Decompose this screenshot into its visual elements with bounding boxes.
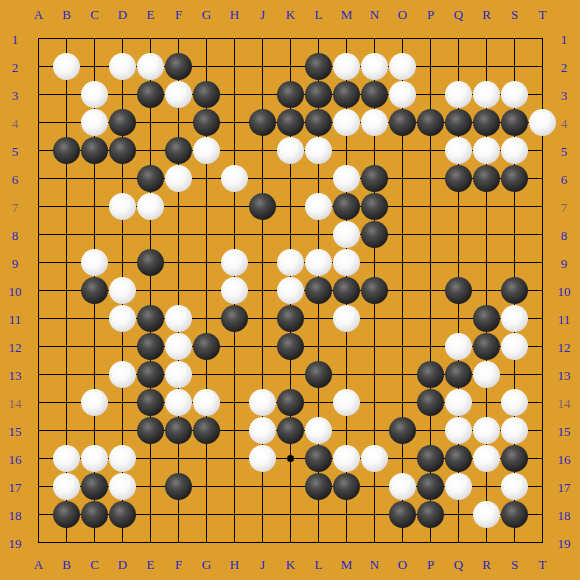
stone-white xyxy=(305,417,332,444)
stone-black xyxy=(193,81,220,108)
stone-white xyxy=(165,305,192,332)
coord-label-left-1[interactable]: 1 xyxy=(12,32,19,45)
coord-label-left-8[interactable]: 8 xyxy=(12,228,19,241)
coord-label-left-15[interactable]: 15 xyxy=(9,424,22,437)
coord-label-bottom-N[interactable]: N xyxy=(370,558,379,571)
stone-white xyxy=(165,81,192,108)
stone-white xyxy=(81,389,108,416)
stone-white xyxy=(361,53,388,80)
coord-label-right-12[interactable]: 12 xyxy=(558,340,571,353)
stone-black xyxy=(81,473,108,500)
stone-white xyxy=(277,249,304,276)
stone-white xyxy=(165,165,192,192)
coord-label-bottom-F[interactable]: F xyxy=(175,558,182,571)
stone-black xyxy=(417,389,444,416)
coord-label-bottom-T[interactable]: T xyxy=(539,558,547,571)
stone-white xyxy=(473,81,500,108)
stone-white xyxy=(333,249,360,276)
stone-white xyxy=(109,53,136,80)
stone-white xyxy=(529,109,556,136)
stone-white xyxy=(501,81,528,108)
coord-label-right-1[interactable]: 1 xyxy=(561,32,568,45)
coord-label-top-A[interactable]: A xyxy=(34,8,43,21)
stone-black xyxy=(473,305,500,332)
stone-black xyxy=(501,165,528,192)
coord-label-right-10[interactable]: 10 xyxy=(558,284,571,297)
stone-white xyxy=(389,473,416,500)
stone-black xyxy=(445,361,472,388)
stone-white xyxy=(501,417,528,444)
coord-label-left-19[interactable]: 19 xyxy=(9,536,22,549)
stone-black xyxy=(501,445,528,472)
stone-white xyxy=(137,53,164,80)
coord-label-bottom-S[interactable]: S xyxy=(511,558,518,571)
stone-white xyxy=(333,165,360,192)
stone-white xyxy=(473,137,500,164)
coord-label-right-18[interactable]: 18 xyxy=(558,508,571,521)
stone-white xyxy=(445,473,472,500)
stone-black xyxy=(389,417,416,444)
coord-label-top-P[interactable]: P xyxy=(427,8,434,21)
stone-black xyxy=(81,277,108,304)
stone-black xyxy=(277,389,304,416)
coord-label-bottom-K[interactable]: K xyxy=(286,558,295,571)
coord-label-top-L[interactable]: L xyxy=(315,8,323,21)
stone-white xyxy=(473,417,500,444)
coord-label-left-16[interactable]: 16 xyxy=(9,452,22,465)
coord-label-top-R[interactable]: R xyxy=(482,8,491,21)
coord-label-right-3[interactable]: 3 xyxy=(561,88,568,101)
stone-black xyxy=(305,473,332,500)
coord-label-top-O[interactable]: O xyxy=(398,8,407,21)
stone-black xyxy=(53,137,80,164)
stone-black xyxy=(389,501,416,528)
stone-black xyxy=(473,165,500,192)
stone-white xyxy=(249,417,276,444)
stone-black xyxy=(305,277,332,304)
coord-label-right-14[interactable]: 14 xyxy=(558,396,571,409)
stone-black xyxy=(277,305,304,332)
stone-black xyxy=(501,277,528,304)
coord-label-right-2[interactable]: 2 xyxy=(561,60,568,73)
stone-white xyxy=(445,81,472,108)
stone-black xyxy=(445,445,472,472)
coord-label-left-11[interactable]: 11 xyxy=(9,312,22,325)
stone-black xyxy=(277,417,304,444)
stone-black xyxy=(193,109,220,136)
coord-label-left-10[interactable]: 10 xyxy=(9,284,22,297)
stone-black xyxy=(137,305,164,332)
stone-white xyxy=(53,473,80,500)
stone-black xyxy=(417,361,444,388)
stone-black xyxy=(501,109,528,136)
coord-label-top-H[interactable]: H xyxy=(230,8,239,21)
stone-white xyxy=(53,445,80,472)
coord-label-right-9[interactable]: 9 xyxy=(561,256,568,269)
stone-black xyxy=(305,361,332,388)
coord-label-left-18[interactable]: 18 xyxy=(9,508,22,521)
coord-label-bottom-A[interactable]: A xyxy=(34,558,43,571)
stone-white xyxy=(221,165,248,192)
stone-white xyxy=(445,333,472,360)
coord-label-right-4[interactable]: 4 xyxy=(561,116,568,129)
stone-black xyxy=(137,417,164,444)
stone-white xyxy=(165,361,192,388)
coord-label-right-5[interactable]: 5 xyxy=(561,144,568,157)
stone-black xyxy=(137,361,164,388)
coord-label-right-13[interactable]: 13 xyxy=(558,368,571,381)
coord-label-left-4[interactable]: 4 xyxy=(12,116,19,129)
stone-black xyxy=(193,333,220,360)
stone-white xyxy=(501,389,528,416)
stone-white xyxy=(109,277,136,304)
stone-black xyxy=(277,81,304,108)
coord-label-left-17[interactable]: 17 xyxy=(9,480,22,493)
stone-white xyxy=(361,109,388,136)
stone-black xyxy=(473,109,500,136)
coord-label-top-D[interactable]: D xyxy=(118,8,127,21)
coord-label-top-B[interactable]: B xyxy=(62,8,71,21)
coord-label-right-11[interactable]: 11 xyxy=(558,312,571,325)
coord-label-top-S[interactable]: S xyxy=(511,8,518,21)
stone-black xyxy=(361,221,388,248)
stone-black xyxy=(165,137,192,164)
coord-label-bottom-G[interactable]: G xyxy=(202,558,211,571)
stone-black xyxy=(445,165,472,192)
stone-black xyxy=(333,277,360,304)
stone-white xyxy=(193,137,220,164)
coord-label-left-14[interactable]: 14 xyxy=(9,396,22,409)
stone-white xyxy=(389,53,416,80)
coord-label-right-15[interactable]: 15 xyxy=(558,424,571,437)
stone-black xyxy=(165,53,192,80)
coord-label-top-C[interactable]: C xyxy=(90,8,99,21)
stone-white xyxy=(445,137,472,164)
stone-white xyxy=(81,109,108,136)
coord-label-bottom-O[interactable]: O xyxy=(398,558,407,571)
coord-label-left-3[interactable]: 3 xyxy=(12,88,19,101)
stone-black xyxy=(81,137,108,164)
coord-label-left-2[interactable]: 2 xyxy=(12,60,19,73)
stone-white xyxy=(501,333,528,360)
stone-white xyxy=(333,53,360,80)
stone-black xyxy=(137,389,164,416)
go-board[interactable]: AABBCCDDEEFFGGHHJJKKLLMMNNOOPPQQRRSSTT11… xyxy=(0,0,580,580)
stone-black xyxy=(305,81,332,108)
stone-white xyxy=(137,193,164,220)
stone-white xyxy=(361,445,388,472)
stone-black xyxy=(165,417,192,444)
stone-white xyxy=(333,445,360,472)
stone-black xyxy=(137,333,164,360)
stone-white xyxy=(501,305,528,332)
coord-label-left-6[interactable]: 6 xyxy=(12,172,19,185)
stone-black xyxy=(305,109,332,136)
stone-black xyxy=(249,193,276,220)
coord-label-bottom-L[interactable]: L xyxy=(315,558,323,571)
stone-white xyxy=(333,221,360,248)
coord-label-top-K[interactable]: K xyxy=(286,8,295,21)
coord-label-bottom-M[interactable]: M xyxy=(341,558,353,571)
stone-white xyxy=(109,473,136,500)
coord-label-top-N[interactable]: N xyxy=(370,8,379,21)
stone-white xyxy=(221,277,248,304)
coord-label-top-G[interactable]: G xyxy=(202,8,211,21)
stone-black xyxy=(417,445,444,472)
stone-white xyxy=(389,81,416,108)
stone-black xyxy=(333,81,360,108)
coord-label-bottom-J[interactable]: J xyxy=(260,558,265,571)
stone-black xyxy=(53,501,80,528)
coord-label-top-J[interactable]: J xyxy=(260,8,265,21)
stone-black xyxy=(361,277,388,304)
coord-label-left-7[interactable]: 7 xyxy=(12,200,19,213)
coord-label-top-E[interactable]: E xyxy=(147,8,155,21)
stone-black xyxy=(137,249,164,276)
stone-black xyxy=(277,109,304,136)
stone-black xyxy=(81,501,108,528)
stone-white xyxy=(445,417,472,444)
coord-label-bottom-Q[interactable]: Q xyxy=(454,558,463,571)
stone-white xyxy=(109,361,136,388)
stone-white xyxy=(249,445,276,472)
coord-label-bottom-H[interactable]: H xyxy=(230,558,239,571)
stone-black xyxy=(193,417,220,444)
stone-white xyxy=(277,277,304,304)
stone-black xyxy=(221,305,248,332)
stone-white xyxy=(333,305,360,332)
stone-black xyxy=(361,193,388,220)
stone-black xyxy=(361,81,388,108)
coord-label-bottom-P[interactable]: P xyxy=(427,558,434,571)
stone-black xyxy=(417,501,444,528)
stone-black xyxy=(473,333,500,360)
coord-label-right-8[interactable]: 8 xyxy=(561,228,568,241)
stone-black xyxy=(333,473,360,500)
stone-white xyxy=(109,193,136,220)
stone-black xyxy=(249,109,276,136)
coord-label-top-Q[interactable]: Q xyxy=(454,8,463,21)
stone-white xyxy=(305,249,332,276)
stone-white xyxy=(333,389,360,416)
coord-label-bottom-C[interactable]: C xyxy=(90,558,99,571)
stone-white xyxy=(81,249,108,276)
stone-white xyxy=(473,501,500,528)
coord-label-right-6[interactable]: 6 xyxy=(561,172,568,185)
stone-white xyxy=(165,333,192,360)
coord-label-right-19[interactable]: 19 xyxy=(558,536,571,549)
stone-black xyxy=(417,473,444,500)
stone-black xyxy=(501,501,528,528)
coord-label-left-9[interactable]: 9 xyxy=(12,256,19,269)
stone-white xyxy=(193,389,220,416)
stone-white xyxy=(333,109,360,136)
stone-white xyxy=(277,137,304,164)
coord-label-right-17[interactable]: 17 xyxy=(558,480,571,493)
stone-black xyxy=(305,53,332,80)
stone-black xyxy=(445,109,472,136)
stone-black xyxy=(389,109,416,136)
stone-white xyxy=(165,389,192,416)
stone-white xyxy=(305,137,332,164)
coord-label-left-13[interactable]: 13 xyxy=(9,368,22,381)
coord-label-bottom-E[interactable]: E xyxy=(147,558,155,571)
coord-label-bottom-R[interactable]: R xyxy=(482,558,491,571)
stone-black xyxy=(137,81,164,108)
coord-label-top-F[interactable]: F xyxy=(175,8,182,21)
stone-white xyxy=(81,81,108,108)
stone-white xyxy=(305,193,332,220)
coord-label-top-M[interactable]: M xyxy=(341,8,353,21)
stone-white xyxy=(445,389,472,416)
stone-black xyxy=(109,501,136,528)
stone-white xyxy=(473,445,500,472)
stone-white xyxy=(249,389,276,416)
stone-white xyxy=(473,361,500,388)
stone-white xyxy=(109,305,136,332)
stone-black xyxy=(109,109,136,136)
stone-black xyxy=(137,165,164,192)
stone-black xyxy=(109,137,136,164)
stone-black xyxy=(305,445,332,472)
coord-label-bottom-B[interactable]: B xyxy=(62,558,71,571)
coord-label-left-12[interactable]: 12 xyxy=(9,340,22,353)
stone-black xyxy=(277,333,304,360)
coord-label-right-7[interactable]: 7 xyxy=(561,200,568,213)
star-point-K16 xyxy=(287,455,294,462)
stone-black xyxy=(417,109,444,136)
stone-white xyxy=(501,473,528,500)
stone-white xyxy=(81,445,108,472)
stone-black xyxy=(165,473,192,500)
stone-black xyxy=(361,165,388,192)
stone-white xyxy=(109,445,136,472)
stone-white xyxy=(221,249,248,276)
stone-black xyxy=(445,277,472,304)
stone-black xyxy=(333,193,360,220)
stone-white xyxy=(501,137,528,164)
coord-label-top-T[interactable]: T xyxy=(539,8,547,21)
coord-label-right-16[interactable]: 16 xyxy=(558,452,571,465)
coord-label-bottom-D[interactable]: D xyxy=(118,558,127,571)
stone-white xyxy=(53,53,80,80)
coord-label-left-5[interactable]: 5 xyxy=(12,144,19,157)
